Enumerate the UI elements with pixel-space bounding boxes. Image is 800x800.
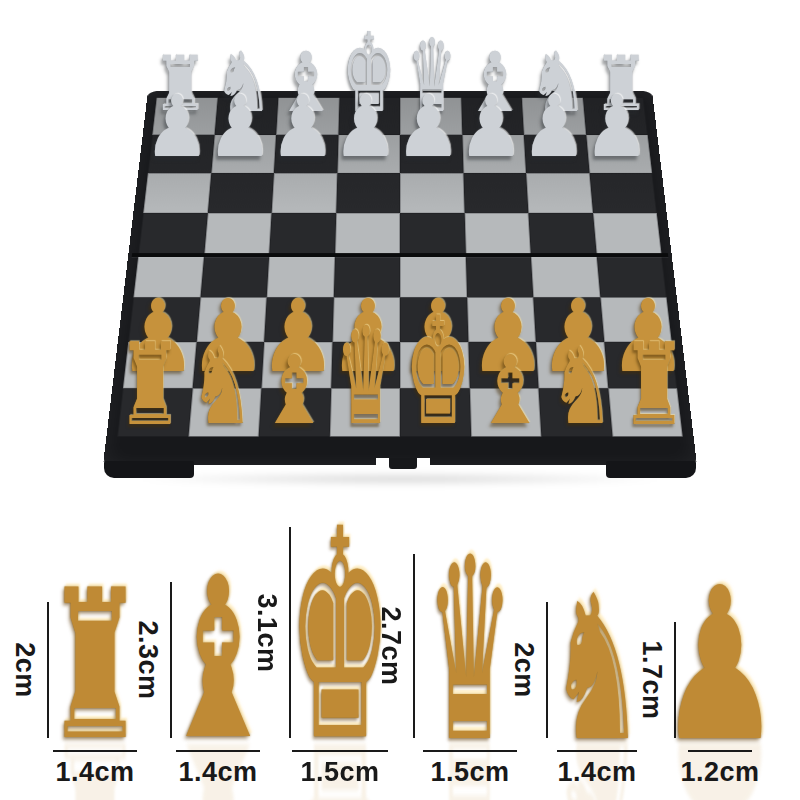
piece-gold-bishop-c1: ♝	[257, 344, 331, 438]
width-line-knight	[557, 750, 637, 752]
height-label-queen: 2.7cm	[375, 607, 406, 686]
piece-silver-pawn-g7: ♟	[521, 84, 587, 169]
piece-gold-rook-h1: ♜	[622, 327, 687, 441]
chart-piece-pawn: ♟	[658, 558, 782, 769]
width-line-bishop	[176, 750, 260, 752]
width-label-bishop: 1.4cm	[178, 757, 257, 788]
height-line-pawn	[674, 622, 676, 738]
square-c5	[269, 213, 336, 254]
square-h6	[589, 173, 657, 213]
square-f6	[463, 173, 528, 213]
width-line-king	[292, 750, 388, 752]
height-label-knight: 2cm	[508, 642, 539, 698]
board-hinge-line	[132, 253, 669, 257]
square-g6	[526, 173, 593, 213]
height-label-pawn: 1.7cm	[636, 641, 667, 720]
square-a5	[138, 213, 207, 254]
square-d6	[336, 173, 400, 213]
height-line-bishop	[170, 582, 172, 738]
product-photo-stage: ♜♞♝♚♛♝♞♜♟♟♟♟♟♟♟♟♟♟♟♟♟♟♟♟♜♞♝♛♚♝♞♜ ♜♜2cm1.…	[0, 0, 800, 800]
board-foot-right	[606, 461, 696, 478]
piece-silver-pawn-f7: ♟	[458, 84, 524, 169]
piece-gold-king-e1: ♚	[404, 298, 471, 446]
width-line-rook	[53, 750, 137, 752]
height-label-bishop: 2.3cm	[132, 620, 163, 699]
height-line-knight	[546, 602, 548, 738]
piece-gold-rook-a1: ♜	[118, 327, 183, 441]
square-c6	[272, 173, 337, 213]
width-label-pawn: 1.2cm	[680, 757, 759, 788]
board-foot-left	[104, 461, 194, 478]
board-ground-shadow	[130, 472, 670, 486]
square-e5	[400, 213, 465, 254]
piece-silver-pawn-b7: ♟	[207, 84, 273, 169]
board-clasp-tab	[389, 458, 417, 469]
width-label-knight: 1.4cm	[557, 757, 636, 788]
square-e6	[400, 173, 464, 213]
piece-silver-pawn-d7: ♟	[332, 84, 398, 169]
width-line-queen	[423, 750, 517, 752]
piece-gold-bishop-f1: ♝	[473, 344, 547, 438]
width-label-king: 1.5cm	[300, 757, 379, 788]
square-d5	[335, 213, 400, 254]
width-label-queen: 1.5cm	[430, 757, 509, 788]
square-b5	[204, 213, 272, 254]
square-a6	[143, 173, 211, 213]
height-line-rook	[47, 602, 49, 738]
height-line-queen	[413, 554, 415, 738]
piece-silver-pawn-e7: ♟	[395, 84, 461, 169]
square-h5	[593, 213, 662, 254]
height-line-king	[289, 527, 291, 738]
chart-piece-queen: ♛	[427, 523, 513, 776]
square-b6	[207, 173, 274, 213]
piece-silver-pawn-h7: ♟	[583, 84, 649, 169]
height-label-rook: 2cm	[9, 642, 40, 698]
chart-piece-knight: ♞	[549, 568, 645, 768]
square-f5	[464, 213, 531, 254]
width-line-pawn	[688, 750, 752, 752]
square-g5	[528, 213, 596, 254]
height-label-king: 3.1cm	[251, 593, 282, 672]
piece-gold-knight-g1: ♞	[550, 334, 614, 440]
piece-gold-knight-b1: ♞	[190, 334, 254, 440]
piece-gold-queen-d1: ♛	[336, 310, 397, 445]
piece-silver-pawn-c7: ♟	[269, 84, 335, 169]
width-label-rook: 1.4cm	[55, 757, 134, 788]
piece-silver-pawn-a7: ♟	[144, 84, 210, 169]
chart-piece-rook: ♜	[46, 563, 143, 769]
